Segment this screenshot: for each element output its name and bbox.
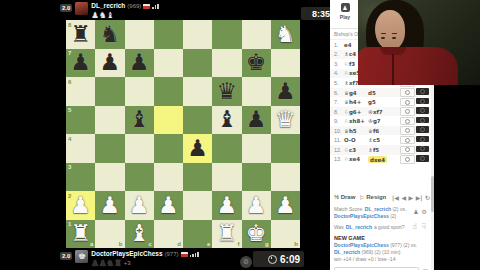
new-game-odds: win +14 / draw +0 / lose -14: [334, 256, 430, 263]
move-time-chip: [400, 107, 415, 116]
square-b4[interactable]: [95, 134, 124, 163]
square-g4[interactable]: [242, 134, 271, 163]
move-time-chip: [416, 107, 429, 114]
square-h8[interactable]: ♞: [271, 20, 300, 49]
thumb-down-icon[interactable]: ☟: [421, 223, 426, 231]
chat-row: Send a message... ☺: [330, 265, 434, 270]
pawn-icon[interactable]: ♟: [413, 208, 418, 215]
black-move[interactable]: ♗f5: [368, 147, 392, 153]
square-g6[interactable]: [242, 77, 271, 106]
good-sport-player-link[interactable]: DL_recrich: [346, 224, 372, 230]
clock-icon: [268, 255, 277, 264]
move-time-chips: [400, 146, 435, 155]
jacket-zipper: [392, 54, 394, 85]
square-e4[interactable]: ♟: [183, 134, 212, 163]
good-sport-prompt: Was DL_recrich a good sport? ☝ ☟: [330, 221, 434, 233]
match-score-player2-link[interactable]: DoctorPlaysEpicChess: [334, 213, 389, 219]
black-piece-a7[interactable]: ♟: [66, 49, 95, 78]
captured-white-piece: ♟: [91, 11, 99, 19]
white-piece-a1[interactable]: ♜: [66, 220, 95, 249]
square-f5[interactable]: ♝: [212, 106, 241, 135]
captured-white-piece: ♞: [99, 11, 107, 19]
nav-flip-icon[interactable]: ↻: [425, 194, 430, 201]
black-move[interactable]: ♔xf7: [368, 109, 392, 115]
square-e2[interactable]: [183, 191, 212, 220]
clock-black: 8:35: [301, 7, 333, 20]
square-f3[interactable]: [212, 163, 241, 192]
gear-icon[interactable]: ⚙: [422, 208, 427, 215]
country-flag-icon: [143, 4, 150, 9]
chess-board[interactable]: 8♜♞♞7♟♟♟♚6♛♟5♝♝♟♛4♟32♟♟♟♟♟♟♟1a♜bc♝def♜g♚…: [66, 20, 300, 248]
square-e6[interactable]: [183, 77, 212, 106]
board-settings-icon[interactable]: ⚙: [240, 256, 252, 268]
move-row-6[interactable]: 6.♕g4d5: [330, 88, 434, 98]
nav-last-icon[interactable]: ▶|: [416, 194, 423, 201]
move-row-10[interactable]: 10.♕h5♕f6: [330, 126, 434, 136]
streamer-face: [375, 10, 405, 50]
square-a2[interactable]: 2♟: [66, 191, 95, 220]
square-a6[interactable]: 6: [66, 77, 95, 106]
white-piece-h2[interactable]: ♟: [271, 191, 300, 220]
square-a4[interactable]: 4: [66, 134, 95, 163]
move-time-chip: [416, 155, 429, 162]
white-move[interactable]: ♘xh8+: [344, 118, 368, 124]
white-piece-f2[interactable]: ♟: [212, 191, 241, 220]
square-c4[interactable]: [125, 134, 154, 163]
move-time-chip: [400, 155, 415, 164]
match-score-block: Match Score: DL_recrich (2) vs. DoctorPl…: [330, 204, 434, 221]
black-piece-f5[interactable]: ♝: [212, 106, 241, 135]
file-label: b: [119, 241, 123, 247]
move-row-8[interactable]: 8.♘g6+♔xf7: [330, 107, 434, 117]
square-d6[interactable]: [154, 77, 183, 106]
rank-label: 6: [68, 79, 71, 85]
player-name-black[interactable]: DL_recrich: [91, 3, 125, 10]
nav-forward-icon[interactable]: ▶: [409, 194, 414, 201]
move-time-chips: [400, 98, 435, 107]
move-nav-buttons: |◀◀▶▶|↻: [392, 194, 430, 201]
square-g3[interactable]: [242, 163, 271, 192]
action-bar: ½ Draw ⚐ Resign |◀◀▶▶|↻: [330, 190, 434, 204]
nav-back-icon[interactable]: ◀: [401, 194, 406, 201]
move-number: 1.: [334, 42, 344, 48]
move-time-chips: [400, 117, 435, 126]
square-g8[interactable]: [242, 20, 271, 49]
square-f2[interactable]: ♟: [212, 191, 241, 220]
square-h6[interactable]: ♟: [271, 77, 300, 106]
resign-flag-icon: ⚐: [359, 194, 364, 201]
white-piece-h5[interactable]: ♛: [271, 106, 300, 135]
black-move[interactable]: g5: [368, 99, 392, 105]
black-piece-h6[interactable]: ♟: [271, 77, 300, 106]
black-piece-e4[interactable]: ♟: [183, 134, 212, 163]
square-c6[interactable]: [125, 77, 154, 106]
black-piece-a8[interactable]: ♜: [66, 20, 95, 49]
black-piece-b8[interactable]: ♞: [95, 20, 124, 49]
square-f8[interactable]: [212, 20, 241, 49]
webcam-overlay: [358, 0, 480, 85]
white-piece-c2[interactable]: ♟: [125, 191, 154, 220]
square-d4[interactable]: [154, 134, 183, 163]
white-move[interactable]: ♘xe4: [344, 156, 368, 162]
move-time-chip: [400, 146, 415, 155]
black-piece-f6[interactable]: ♛: [212, 77, 241, 106]
new-game-block: NEW GAME DoctorPlaysEpicChess (977) (2) …: [330, 233, 434, 265]
eye: [381, 37, 385, 39]
square-a8[interactable]: 8♜: [66, 20, 95, 49]
new-game-title: NEW GAME: [334, 235, 430, 242]
square-h5[interactable]: ♛: [271, 106, 300, 135]
move-time-chips: [400, 88, 435, 97]
white-move[interactable]: O-O: [344, 137, 368, 143]
streamer-red-jacket: [358, 47, 458, 85]
square-f6[interactable]: ♛: [212, 77, 241, 106]
square-e3[interactable]: [183, 163, 212, 192]
move-time-chip: [400, 88, 415, 97]
square-e8[interactable]: [183, 20, 212, 49]
square-e5[interactable]: [183, 106, 212, 135]
square-b7[interactable]: ♟: [95, 49, 124, 78]
move-row-9[interactable]: 9.♘xh8+♔g7: [330, 116, 434, 126]
square-b8[interactable]: ♞: [95, 20, 124, 49]
player-bar-black: 2.0 DL_recrich (969) ♟♞♝: [60, 2, 159, 19]
nav-first-icon[interactable]: |◀: [392, 194, 399, 201]
move-number: 9.: [334, 118, 344, 124]
black-piece-g7[interactable]: ♚: [242, 49, 271, 78]
square-b6[interactable]: [95, 77, 124, 106]
square-c2[interactable]: ♟: [125, 191, 154, 220]
white-piece-d2[interactable]: ♟: [154, 191, 183, 220]
square-b1[interactable]: b: [95, 220, 124, 249]
captured-white-piece: ♝: [107, 11, 115, 19]
move-time-chips: [400, 155, 435, 164]
move-time-chips: [400, 126, 435, 135]
square-b2[interactable]: ♟: [95, 191, 124, 220]
white-piece-h8[interactable]: ♞: [271, 20, 300, 49]
move-number: 6.: [334, 90, 344, 96]
match-score-badge-black: 2.0: [60, 4, 72, 12]
square-h1[interactable]: h: [271, 220, 300, 249]
black-move[interactable]: dxe4: [368, 156, 392, 162]
connection-bars-icon: [152, 4, 159, 9]
square-f4[interactable]: [212, 134, 241, 163]
good-sport-votes: ☝ ☟: [412, 223, 430, 231]
file-label: e: [207, 241, 210, 247]
stream-frame: 8♜♞♞7♟♟♟♚6♛♟5♝♝♟♛4♟32♟♟♟♟♟♟♟1a♜bc♝def♜g♚…: [0, 0, 480, 270]
file-label: h: [294, 241, 298, 247]
move-number: 3.: [334, 61, 344, 67]
eyebrow: [381, 33, 386, 34]
square-d5[interactable]: [154, 106, 183, 135]
square-a7[interactable]: 7♟: [66, 49, 95, 78]
move-number: 8.: [334, 109, 344, 115]
white-move[interactable]: ♘c3: [344, 147, 368, 153]
match-score-badge-white: 2.0: [60, 252, 72, 260]
match-score-player1-link[interactable]: DL_recrich: [365, 206, 391, 212]
move-time-chip: [416, 98, 429, 105]
move-number: 4.: [334, 70, 344, 76]
square-h3[interactable]: [271, 163, 300, 192]
move-row-12[interactable]: 12.♘c3♗f5: [330, 145, 434, 155]
move-row-7[interactable]: 7.♕h4+g5: [330, 97, 434, 107]
clock-white: 6:09: [253, 251, 304, 267]
captured-black-piece: ♟: [91, 259, 99, 267]
move-time-chip: [416, 146, 429, 153]
move-number: 10.: [334, 128, 344, 134]
black-move[interactable]: ♗c5: [368, 137, 392, 143]
material-advantage: +3: [124, 259, 131, 267]
player-bar-white: 2.0 ♚ DoctorPlaysEpicChess (977) ♟♟♞♜+3: [60, 250, 199, 267]
rank-label: 4: [68, 136, 71, 142]
move-time-chip: [416, 136, 429, 143]
square-c3[interactable]: [125, 163, 154, 192]
player-name-white[interactable]: DoctorPlaysEpicChess: [91, 251, 162, 258]
thumb-up-icon[interactable]: ☝: [412, 223, 417, 231]
captured-pieces-black: ♟♞♝: [91, 11, 158, 19]
captured-black-piece: ♟: [99, 259, 107, 267]
square-d7[interactable]: [154, 49, 183, 78]
move-time-chip: [416, 88, 429, 95]
connection-bars-icon: [190, 252, 199, 257]
black-move[interactable]: ♔g7: [368, 118, 392, 124]
move-time-chip: [400, 136, 415, 145]
square-a5[interactable]: 5: [66, 106, 95, 135]
square-c8[interactable]: [125, 20, 154, 49]
square-h2[interactable]: ♟: [271, 191, 300, 220]
white-piece-a2[interactable]: ♟: [66, 191, 95, 220]
square-e1[interactable]: e: [183, 220, 212, 249]
draw-button[interactable]: ½ Draw: [334, 194, 355, 200]
square-a3[interactable]: 3: [66, 163, 95, 192]
country-flag-icon: [181, 252, 188, 257]
white-piece-c1[interactable]: ♝: [125, 220, 154, 249]
black-piece-b7[interactable]: ♟: [95, 49, 124, 78]
rank-label: 5: [68, 107, 71, 113]
move-time-chips: [400, 136, 435, 145]
new-game-player1-link[interactable]: DoctorPlaysEpicChess: [334, 242, 389, 248]
avatar-white[interactable]: ♚: [75, 250, 88, 263]
white-piece-b2[interactable]: ♟: [95, 191, 124, 220]
white-move[interactable]: ♕g4: [344, 90, 368, 96]
white-move[interactable]: ♕h5: [344, 128, 368, 134]
square-d8[interactable]: [154, 20, 183, 49]
eye: [392, 37, 396, 39]
square-c5[interactable]: ♝: [125, 106, 154, 135]
move-time-chip: [400, 117, 415, 126]
move-time-chip: [400, 126, 415, 135]
square-g5[interactable]: ♟: [242, 106, 271, 135]
black-piece-c7[interactable]: ♟: [125, 49, 154, 78]
square-g7[interactable]: ♚: [242, 49, 271, 78]
avatar-black[interactable]: [75, 2, 88, 15]
white-piece-g1[interactable]: ♚: [242, 220, 271, 249]
new-game-player2-link[interactable]: DL_recrich: [334, 249, 360, 255]
square-e7[interactable]: [183, 49, 212, 78]
square-a1[interactable]: 1a♜: [66, 220, 95, 249]
square-c7[interactable]: ♟: [125, 49, 154, 78]
square-g1[interactable]: g♚: [242, 220, 271, 249]
match-score-icons: ♟ ⚙: [413, 208, 427, 215]
captured-pieces-white: ♟♟♞♜+3: [91, 259, 198, 267]
move-number: 12.: [334, 147, 344, 153]
black-move[interactable]: ♕f6: [368, 128, 392, 134]
player-rating-white: (977): [165, 251, 179, 257]
square-d1[interactable]: d: [154, 220, 183, 249]
avatar-king-icon: ♚: [78, 252, 86, 261]
move-number: 5.: [334, 80, 344, 86]
player-rating-black: (969): [127, 3, 141, 9]
play-tab-icon: ♟: [341, 3, 350, 12]
move-time-chip: [416, 117, 429, 124]
black-move[interactable]: d5: [368, 90, 392, 96]
move-row-11[interactable]: 11.O-O♗c5: [330, 135, 434, 145]
file-label: d: [177, 241, 181, 247]
white-move[interactable]: ♕h4+: [344, 99, 368, 105]
move-row-13[interactable]: 13.♘xe4dxe4: [330, 155, 434, 165]
tab-play[interactable]: ♟ Play: [334, 3, 356, 28]
rank-label: 3: [68, 164, 71, 170]
move-number: 13.: [334, 156, 344, 162]
black-piece-c5[interactable]: ♝: [125, 106, 154, 135]
captured-black-piece: ♜: [114, 259, 122, 267]
scrollbar-thumb[interactable]: [431, 176, 434, 212]
square-h4[interactable]: [271, 134, 300, 163]
move-number: 7.: [334, 99, 344, 105]
move-time-chip: [400, 98, 415, 107]
square-f7[interactable]: [212, 49, 241, 78]
resign-button[interactable]: ⚐ Resign: [359, 194, 386, 201]
move-time-chip: [416, 126, 429, 133]
black-piece-g5[interactable]: ♟: [242, 106, 271, 135]
white-piece-f1[interactable]: ♜: [212, 220, 241, 249]
square-f1[interactable]: f♜: [212, 220, 241, 249]
move-time-chips: [400, 107, 435, 116]
square-b3[interactable]: [95, 163, 124, 192]
move-number: 2.: [334, 51, 344, 57]
square-b5[interactable]: [95, 106, 124, 135]
white-piece-g2[interactable]: ♟: [242, 191, 271, 220]
move-number: 11.: [334, 137, 344, 143]
square-h7[interactable]: [271, 49, 300, 78]
square-d2[interactable]: ♟: [154, 191, 183, 220]
eyebrow: [392, 33, 397, 34]
square-d3[interactable]: [154, 163, 183, 192]
square-g2[interactable]: ♟: [242, 191, 271, 220]
square-c1[interactable]: c♝: [125, 220, 154, 249]
white-move[interactable]: ♘g6+: [344, 109, 368, 115]
